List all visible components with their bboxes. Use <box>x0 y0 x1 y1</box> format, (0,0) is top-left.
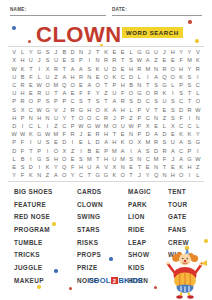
grid-cell[interactable]: M <box>85 155 93 163</box>
grid-cell[interactable]: S <box>68 57 76 65</box>
grid-cell[interactable]: Y <box>93 90 101 98</box>
grid-cell[interactable]: S <box>85 65 93 73</box>
grid-cell[interactable]: K <box>177 74 185 82</box>
grid-cell[interactable]: H <box>102 155 110 163</box>
grid-cell[interactable]: R <box>152 90 160 98</box>
grid-cell[interactable]: U <box>110 90 118 98</box>
grid-cell[interactable]: T <box>85 98 93 106</box>
grid-cell[interactable]: Y <box>10 172 18 180</box>
grid-cell[interactable]: J <box>77 131 85 139</box>
grid-cell[interactable]: L <box>135 74 143 82</box>
grid-cell[interactable]: W <box>10 131 18 139</box>
grid-cell[interactable]: T <box>119 57 127 65</box>
grid-cell[interactable]: K <box>160 90 168 98</box>
grid-cell[interactable]: Q <box>152 172 160 180</box>
grid-cell[interactable]: P <box>18 115 26 123</box>
grid-cell[interactable]: Z <box>43 172 51 180</box>
grid-cell[interactable]: F <box>18 139 26 147</box>
word-item[interactable]: FANS <box>168 223 189 236</box>
grid-cell[interactable]: G <box>43 106 51 114</box>
word-item[interactable]: LION <box>128 210 151 223</box>
grid-cell[interactable]: A <box>144 57 152 65</box>
grid-cell[interactable]: D <box>10 123 18 131</box>
grid-cell[interactable]: S <box>185 82 193 90</box>
grid-cell[interactable]: O <box>93 106 101 114</box>
grid-cell[interactable]: B <box>85 147 93 155</box>
grid-cell[interactable]: E <box>60 57 68 65</box>
grid-cell[interactable]: X <box>18 106 26 114</box>
grid-cell[interactable]: K <box>177 164 185 172</box>
grid-cell[interactable]: H <box>185 164 193 172</box>
grid-cell[interactable]: G <box>85 123 93 131</box>
grid-cell[interactable]: X <box>169 123 177 131</box>
grid-cell[interactable]: R <box>185 106 193 114</box>
grid-cell[interactable]: J <box>160 49 168 57</box>
grid-cell[interactable]: R <box>52 65 60 73</box>
grid-cell[interactable]: L <box>127 106 135 114</box>
grid-cell[interactable]: U <box>110 155 118 163</box>
word-item[interactable]: STARS <box>77 223 103 236</box>
grid-cell[interactable]: Y <box>144 172 152 180</box>
word-item[interactable]: RISKS <box>77 236 103 249</box>
grid-cell[interactable]: O <box>43 82 51 90</box>
grid-cell[interactable]: N <box>27 115 35 123</box>
grid-cell[interactable]: R <box>194 65 202 73</box>
grid-cell[interactable]: I <box>169 90 177 98</box>
grid-cell[interactable]: S <box>127 98 135 106</box>
grid-cell[interactable]: D <box>93 139 101 147</box>
grid-cell[interactable]: S <box>169 115 177 123</box>
grid-cell[interactable]: I <box>68 139 76 147</box>
grid-cell[interactable]: N <box>152 115 160 123</box>
grid-cell[interactable]: Y <box>177 49 185 57</box>
grid-cell[interactable]: E <box>27 90 35 98</box>
grid-cell[interactable]: E <box>160 57 168 65</box>
grid-cell[interactable]: A <box>169 147 177 155</box>
grid-cell[interactable]: C <box>177 123 185 131</box>
grid-cell[interactable]: T <box>68 115 76 123</box>
grid-cell[interactable]: O <box>127 139 135 147</box>
grid-cell[interactable]: Y <box>194 131 202 139</box>
grid-cell[interactable]: K <box>43 164 51 172</box>
grid-cell[interactable]: F <box>68 164 76 172</box>
grid-cell[interactable]: Z <box>127 115 135 123</box>
grid-cell[interactable]: C <box>10 82 18 90</box>
grid-cell[interactable]: U <box>119 123 127 131</box>
grid-cell[interactable]: O <box>60 172 68 180</box>
grid-cell[interactable]: Y <box>185 49 193 57</box>
grid-cell[interactable]: F <box>18 147 26 155</box>
grid-cell[interactable]: W <box>10 65 18 73</box>
grid-cell[interactable]: N <box>152 65 160 73</box>
grid-cell[interactable]: Y <box>27 49 35 57</box>
grid-cell[interactable]: Q <box>60 164 68 172</box>
grid-cell[interactable]: C <box>27 106 35 114</box>
grid-cell[interactable]: D <box>60 139 68 147</box>
grid-cell[interactable]: H <box>85 106 93 114</box>
grid-cell[interactable]: L <box>194 123 202 131</box>
grid-cell[interactable]: H <box>102 131 110 139</box>
grid-cell[interactable]: O <box>169 65 177 73</box>
grid-cell[interactable]: X <box>110 164 118 172</box>
grid-cell[interactable]: H <box>35 115 43 123</box>
letter-grid[interactable]: VLYGSJBDNJTKEELGGUJHYYVXHUJSUESPINRRTSWA… <box>10 49 202 180</box>
grid-cell[interactable]: O <box>52 147 60 155</box>
grid-cell[interactable]: S <box>127 155 135 163</box>
grid-cell[interactable]: P <box>60 98 68 106</box>
grid-cell[interactable]: L <box>194 172 202 180</box>
grid-cell[interactable]: I <box>43 123 51 131</box>
grid-cell[interactable]: P <box>135 131 143 139</box>
grid-cell[interactable]: R <box>35 90 43 98</box>
grid-cell[interactable]: W <box>127 123 135 131</box>
grid-cell[interactable]: C <box>185 123 193 131</box>
grid-cell[interactable]: H <box>119 82 127 90</box>
grid-cell[interactable]: A <box>60 74 68 82</box>
grid-cell[interactable]: J <box>52 49 60 57</box>
grid-cell[interactable]: O <box>68 82 76 90</box>
grid-cell[interactable]: H <box>169 172 177 180</box>
grid-cell[interactable]: A <box>68 65 76 73</box>
grid-cell[interactable]: G <box>93 172 101 180</box>
grid-cell[interactable]: L <box>127 49 135 57</box>
grid-cell[interactable]: O <box>110 123 118 131</box>
grid-cell[interactable]: Z <box>152 57 160 65</box>
grid-cell[interactable]: G <box>77 106 85 114</box>
grid-cell[interactable]: A <box>93 164 101 172</box>
grid-cell[interactable]: U <box>43 74 51 82</box>
word-item[interactable]: TUMBLE <box>14 236 53 249</box>
word-item[interactable]: TOUR <box>168 198 189 211</box>
grid-cell[interactable]: N <box>93 57 101 65</box>
grid-cell[interactable]: C <box>194 82 202 90</box>
grid-cell[interactable]: T <box>110 131 118 139</box>
grid-cell[interactable]: R <box>77 74 85 82</box>
grid-cell[interactable]: Y <box>185 65 193 73</box>
grid-cell[interactable]: H <box>119 106 127 114</box>
grid-cell[interactable]: M <box>119 155 127 163</box>
grid-cell[interactable]: S <box>185 74 193 82</box>
grid-cell[interactable]: U <box>52 57 60 65</box>
word-item[interactable]: RED NOSE <box>14 210 53 223</box>
grid-cell[interactable]: P <box>102 147 110 155</box>
grid-cell[interactable]: T <box>127 172 135 180</box>
grid-cell[interactable]: C <box>144 115 152 123</box>
grid-cell[interactable]: G <box>135 49 143 57</box>
grid-cell[interactable]: T <box>27 147 35 155</box>
grid-cell[interactable]: K <box>194 57 202 65</box>
grid-cell[interactable]: W <box>194 106 202 114</box>
word-item[interactable]: KIDS <box>128 261 151 274</box>
grid-cell[interactable]: A <box>177 155 185 163</box>
grid-cell[interactable]: T <box>93 49 101 57</box>
grid-cell[interactable]: C <box>177 98 185 106</box>
grid-cell[interactable]: V <box>144 106 152 114</box>
grid-cell[interactable]: A <box>85 82 93 90</box>
grid-cell[interactable]: D <box>135 98 143 106</box>
grid-cell[interactable]: W <box>93 123 101 131</box>
grid-cell[interactable]: N <box>43 115 51 123</box>
grid-cell[interactable]: P <box>119 115 127 123</box>
grid-cell[interactable]: F <box>177 115 185 123</box>
grid-cell[interactable]: O <box>144 90 152 98</box>
grid-cell[interactable]: W <box>194 155 202 163</box>
grid-cell[interactable]: F <box>160 155 168 163</box>
grid-cell[interactable]: S <box>160 139 168 147</box>
grid-cell[interactable]: S <box>43 139 51 147</box>
grid-cell[interactable]: T <box>102 98 110 106</box>
grid-cell[interactable]: S <box>177 90 185 98</box>
grid-cell[interactable]: O <box>169 74 177 82</box>
grid-cell[interactable]: S <box>127 57 135 65</box>
grid-cell[interactable]: E <box>169 57 177 65</box>
grid-cell[interactable]: S <box>10 106 18 114</box>
grid-cell[interactable]: E <box>68 90 76 98</box>
grid-cell[interactable]: I <box>127 147 135 155</box>
grid-cell[interactable]: Z <box>52 123 60 131</box>
grid-cell[interactable]: Z <box>194 164 202 172</box>
grid-cell[interactable]: W <box>77 123 85 131</box>
grid-cell[interactable]: O <box>77 115 85 123</box>
grid-cell[interactable]: L <box>35 123 43 131</box>
grid-cell[interactable]: S <box>43 49 51 57</box>
grid-cell[interactable]: Y <box>68 172 76 180</box>
grid-cell[interactable]: S <box>152 82 160 90</box>
word-item[interactable]: MAGIC <box>128 185 151 198</box>
grid-cell[interactable]: U <box>27 57 35 65</box>
grid-cell[interactable]: M <box>52 82 60 90</box>
grid-cell[interactable]: B <box>60 49 68 57</box>
word-item[interactable]: CLOWN <box>77 198 103 211</box>
grid-cell[interactable]: Z <box>102 90 110 98</box>
grid-cell[interactable]: E <box>77 139 85 147</box>
word-item[interactable]: MAKEUP <box>14 274 53 287</box>
grid-cell[interactable]: H <box>127 65 135 73</box>
grid-cell[interactable]: K <box>119 139 127 147</box>
grid-cell[interactable]: N <box>135 82 143 90</box>
grid-cell[interactable]: E <box>119 65 127 73</box>
grid-cell[interactable]: R <box>110 57 118 65</box>
grid-cell[interactable]: O <box>85 115 93 123</box>
grid-cell[interactable]: E <box>68 155 76 163</box>
grid-cell[interactable]: O <box>194 98 202 106</box>
grid-cell[interactable]: P <box>135 106 143 114</box>
word-item[interactable]: SHOW <box>128 248 151 261</box>
grid-cell[interactable]: P <box>135 123 143 131</box>
grid-cell[interactable]: V <box>10 49 18 57</box>
grid-cell[interactable]: I <box>43 147 51 155</box>
grid-cell[interactable]: O <box>93 82 101 90</box>
grid-cell[interactable]: F <box>77 90 85 98</box>
grid-cell[interactable]: H <box>68 74 76 82</box>
word-item[interactable]: TRICKS <box>14 248 53 261</box>
grid-cell[interactable]: K <box>18 65 26 73</box>
grid-cell[interactable]: P <box>68 123 76 131</box>
grid-cell[interactable]: S <box>77 98 85 106</box>
grid-cell[interactable]: K <box>93 65 101 73</box>
grid-cell[interactable]: E <box>110 49 118 57</box>
grid-cell[interactable]: A <box>152 131 160 139</box>
grid-cell[interactable]: K <box>102 49 110 57</box>
grid-cell[interactable]: Z <box>68 147 76 155</box>
grid-cell[interactable]: D <box>144 131 152 139</box>
grid-cell[interactable]: C <box>144 98 152 106</box>
grid-cell[interactable]: P <box>77 57 85 65</box>
grid-cell[interactable]: L <box>18 49 26 57</box>
grid-cell[interactable]: J <box>85 49 93 57</box>
grid-cell[interactable]: J <box>169 155 177 163</box>
grid-cell[interactable]: G <box>160 82 168 90</box>
grid-cell[interactable]: E <box>160 106 168 114</box>
grid-cell[interactable]: G <box>135 90 143 98</box>
grid-cell[interactable]: N <box>77 49 85 57</box>
grid-cell[interactable]: E <box>85 131 93 139</box>
grid-cell[interactable]: K <box>102 106 110 114</box>
grid-cell[interactable]: H <box>10 115 18 123</box>
grid-cell[interactable]: I <box>27 155 35 163</box>
grid-cell[interactable]: B <box>127 82 135 90</box>
grid-cell[interactable]: M <box>185 57 193 65</box>
grid-cell[interactable]: T <box>185 98 193 106</box>
grid-cell[interactable]: U <box>169 139 177 147</box>
word-item[interactable]: LEAP <box>128 236 151 249</box>
grid-cell[interactable]: U <box>102 65 110 73</box>
grid-cell[interactable]: C <box>68 98 76 106</box>
grid-cell[interactable]: M <box>52 131 60 139</box>
grid-cell[interactable]: Z <box>160 115 168 123</box>
grid-cell[interactable]: R <box>68 106 76 114</box>
grid-cell[interactable]: C <box>119 74 127 82</box>
grid-cell[interactable]: U <box>152 49 160 57</box>
grid-cell[interactable]: S <box>185 139 193 147</box>
grid-cell[interactable]: A <box>177 139 185 147</box>
grid-cell[interactable]: X <box>10 57 18 65</box>
grid-cell[interactable]: S <box>169 98 177 106</box>
word-item[interactable]: PRIZE <box>77 261 103 274</box>
grid-cell[interactable]: T <box>152 106 160 114</box>
grid-cell[interactable]: O <box>27 98 35 106</box>
grid-cell[interactable]: W <box>35 82 43 90</box>
grid-cell[interactable]: F <box>119 90 127 98</box>
grid-cell[interactable]: N <box>160 172 168 180</box>
grid-cell[interactable]: U <box>10 90 18 98</box>
grid-cell[interactable]: D <box>68 49 76 57</box>
grid-cell[interactable]: W <box>35 106 43 114</box>
grid-cell[interactable]: Y <box>60 115 68 123</box>
grid-cell[interactable]: E <box>169 164 177 172</box>
grid-cell[interactable]: F <box>27 74 35 82</box>
grid-cell[interactable]: Q <box>160 74 168 82</box>
grid-cell[interactable]: R <box>18 98 26 106</box>
grid-cell[interactable]: P <box>135 115 143 123</box>
grid-cell[interactable]: E <box>144 164 152 172</box>
grid-cell[interactable]: C <box>177 147 185 155</box>
grid-cell[interactable]: L <box>160 123 168 131</box>
grid-cell[interactable]: D <box>152 147 160 155</box>
grid-cell[interactable]: J <box>35 57 43 65</box>
grid-cell[interactable]: E <box>93 74 101 82</box>
grid-cell[interactable]: H <box>169 49 177 57</box>
grid-cell[interactable]: Y <box>52 164 60 172</box>
grid-cell[interactable]: H <box>77 164 85 172</box>
grid-cell[interactable]: L <box>10 155 18 163</box>
grid-cell[interactable]: P <box>52 98 60 106</box>
word-item[interactable]: FEATURE <box>14 198 53 211</box>
grid-cell[interactable]: F <box>60 131 68 139</box>
grid-cell[interactable]: T <box>144 82 152 90</box>
grid-cell[interactable]: H <box>52 155 60 163</box>
grid-cell[interactable]: O <box>119 172 127 180</box>
grid-cell[interactable]: L <box>85 139 93 147</box>
grid-cell[interactable]: K <box>177 131 185 139</box>
grid-cell[interactable]: O <box>127 90 135 98</box>
grid-cell[interactable]: T <box>102 82 110 90</box>
grid-cell[interactable]: V <box>52 106 60 114</box>
grid-cell[interactable]: S <box>18 164 26 172</box>
grid-cell[interactable]: R <box>102 57 110 65</box>
word-item[interactable]: SWING <box>77 210 103 223</box>
grid-cell[interactable]: A <box>152 74 160 82</box>
grid-cell[interactable]: M <box>110 147 118 155</box>
grid-cell[interactable]: T <box>160 164 168 172</box>
grid-cell[interactable]: N <box>194 115 202 123</box>
grid-cell[interactable]: B <box>18 74 26 82</box>
grid-cell[interactable]: D <box>160 131 168 139</box>
grid-cell[interactable]: W <box>135 57 143 65</box>
grid-cell[interactable]: S <box>93 98 101 106</box>
grid-cell[interactable]: G <box>185 155 193 163</box>
grid-cell[interactable]: J <box>110 115 118 123</box>
grid-cell[interactable]: S <box>43 57 51 65</box>
grid-cell[interactable]: A <box>119 147 127 155</box>
grid-cell[interactable]: G <box>35 49 43 57</box>
grid-cell[interactable]: H <box>110 139 118 147</box>
grid-cell[interactable]: T <box>60 65 68 73</box>
grid-cell[interactable]: O <box>60 155 68 163</box>
grid-cell[interactable]: A <box>52 172 60 180</box>
grid-cell[interactable]: R <box>119 98 127 106</box>
grid-cell[interactable]: C <box>144 155 152 163</box>
grid-cell[interactable]: C <box>93 115 101 123</box>
grid-cell[interactable]: A <box>110 106 118 114</box>
grid-cell[interactable]: E <box>127 164 135 172</box>
grid-cell[interactable]: M <box>144 139 152 147</box>
grid-cell[interactable]: T <box>135 164 143 172</box>
name-line[interactable] <box>10 15 106 16</box>
grid-cell[interactable]: C <box>60 123 68 131</box>
word-item[interactable]: PROPS <box>77 248 103 261</box>
grid-cell[interactable]: E <box>119 131 127 139</box>
grid-cell[interactable]: P <box>35 147 43 155</box>
grid-cell[interactable]: C <box>77 172 85 180</box>
grid-cell[interactable]: E <box>52 139 60 147</box>
grid-cell[interactable]: A <box>102 139 110 147</box>
grid-cell[interactable]: E <box>169 131 177 139</box>
grid-cell[interactable]: G <box>144 49 152 57</box>
grid-cell[interactable]: S <box>77 155 85 163</box>
grid-cell[interactable]: W <box>18 131 26 139</box>
grid-cell[interactable]: N <box>35 172 43 180</box>
grid-cell[interactable]: J <box>135 172 143 180</box>
grid-cell[interactable]: I <box>35 164 43 172</box>
grid-cell[interactable]: P <box>10 139 18 147</box>
grid-cell[interactable]: U <box>35 139 43 147</box>
grid-cell[interactable]: N <box>85 74 93 82</box>
date-line[interactable] <box>112 15 202 16</box>
grid-cell[interactable]: I <box>185 115 193 123</box>
grid-cell[interactable]: S <box>144 147 152 155</box>
grid-cell[interactable]: G <box>194 139 202 147</box>
